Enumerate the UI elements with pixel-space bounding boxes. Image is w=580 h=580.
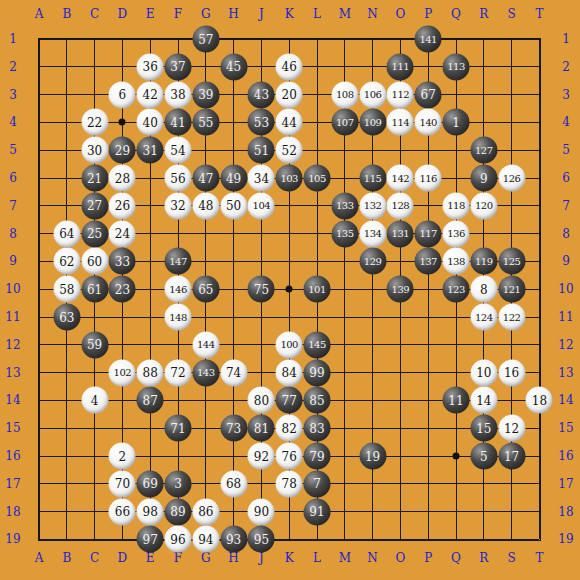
move-number: 122 — [503, 312, 521, 322]
move-number: 101 — [308, 284, 326, 294]
move-number: 144 — [197, 340, 215, 350]
stone-black-37: 37 — [165, 53, 192, 80]
move-number: 54 — [170, 144, 185, 156]
move-number: 66 — [115, 506, 130, 518]
stone-white-146: 146 — [165, 276, 192, 303]
stone-black-19: 19 — [359, 443, 386, 470]
move-number: 9 — [480, 172, 488, 184]
stone-black-109: 109 — [359, 109, 386, 136]
stone-black-73: 73 — [220, 415, 247, 442]
stone-black-3: 3 — [165, 470, 192, 497]
stone-white-74: 74 — [220, 359, 247, 386]
move-number: 129 — [364, 256, 382, 266]
stone-white-142: 142 — [387, 165, 414, 192]
stone-white-82: 82 — [276, 415, 303, 442]
col-label-bottom-H: H — [228, 552, 238, 564]
move-number: 41 — [170, 116, 185, 128]
col-label-top-P: P — [424, 8, 432, 20]
move-number: 36 — [143, 61, 158, 73]
move-number: 75 — [254, 283, 269, 295]
move-number: 105 — [308, 173, 326, 183]
row-label-right-16: 16 — [558, 450, 573, 462]
col-label-top-K: K — [285, 8, 294, 20]
row-label-right-6: 6 — [562, 172, 570, 184]
move-number: 126 — [503, 173, 521, 183]
move-number: 40 — [143, 116, 158, 128]
stone-black-135: 135 — [331, 220, 358, 247]
stone-black-99: 99 — [304, 359, 331, 386]
move-number: 79 — [309, 450, 324, 462]
move-number: 94 — [198, 533, 213, 545]
col-label-top-R: R — [479, 8, 488, 20]
col-label-top-G: G — [201, 8, 211, 20]
move-number: 73 — [226, 422, 241, 434]
col-label-bottom-T: T — [535, 552, 543, 564]
move-number: 107 — [336, 117, 354, 127]
row-label-left-18: 18 — [5, 506, 20, 518]
col-label-top-D: D — [118, 8, 128, 20]
row-label-right-10: 10 — [558, 283, 573, 295]
move-number: 52 — [282, 144, 297, 156]
move-number: 23 — [115, 283, 130, 295]
move-number: 60 — [87, 255, 102, 267]
move-number: 113 — [447, 62, 465, 72]
stone-white-124: 124 — [470, 304, 497, 331]
stone-white-98: 98 — [137, 498, 164, 525]
stone-black-123: 123 — [443, 276, 470, 303]
move-number: 145 — [308, 340, 326, 350]
col-label-bottom-J: J — [259, 552, 264, 564]
move-number: 136 — [447, 229, 465, 239]
move-number: 115 — [364, 173, 382, 183]
move-number: 2 — [119, 450, 127, 462]
row-label-right-4: 4 — [562, 116, 570, 128]
stone-white-70: 70 — [109, 470, 136, 497]
move-number: 76 — [282, 450, 297, 462]
stone-black-39: 39 — [192, 81, 219, 108]
move-number: 58 — [59, 283, 74, 295]
stone-black-145: 145 — [304, 331, 331, 358]
stone-black-25: 25 — [81, 220, 108, 247]
stone-black-87: 87 — [137, 387, 164, 414]
move-number: 14 — [476, 394, 491, 406]
move-number: 108 — [336, 90, 354, 100]
stone-black-75: 75 — [248, 276, 275, 303]
move-number: 68 — [226, 478, 241, 490]
stone-white-46: 46 — [276, 53, 303, 80]
stone-white-86: 86 — [192, 498, 219, 525]
stone-black-103: 103 — [276, 165, 303, 192]
stone-white-80: 80 — [248, 387, 275, 414]
move-number: 121 — [503, 284, 521, 294]
col-label-top-N: N — [367, 8, 378, 20]
col-label-top-L: L — [313, 8, 321, 20]
stone-white-134: 134 — [359, 220, 386, 247]
row-label-left-15: 15 — [5, 422, 20, 434]
move-number: 5 — [480, 450, 488, 462]
stone-white-58: 58 — [53, 276, 80, 303]
move-number: 15 — [476, 422, 491, 434]
stone-white-112: 112 — [387, 81, 414, 108]
stone-black-29: 29 — [109, 137, 136, 164]
col-label-top-O: O — [395, 8, 405, 20]
grid-line-v — [539, 39, 540, 539]
stone-white-68: 68 — [220, 470, 247, 497]
stone-white-96: 96 — [165, 526, 192, 553]
stone-white-100: 100 — [276, 331, 303, 358]
move-number: 61 — [87, 283, 102, 295]
stone-black-143: 143 — [192, 359, 219, 386]
move-number: 134 — [364, 229, 382, 239]
stone-white-106: 106 — [359, 81, 386, 108]
stone-white-64: 64 — [53, 220, 80, 247]
move-number: 111 — [392, 62, 410, 72]
stone-white-8: 8 — [470, 276, 497, 303]
row-label-left-14: 14 — [5, 394, 20, 406]
stone-black-113: 113 — [443, 53, 470, 80]
move-number: 4 — [91, 394, 99, 406]
stone-white-6: 6 — [109, 81, 136, 108]
move-number: 128 — [392, 201, 410, 211]
row-label-left-10: 10 — [5, 283, 20, 295]
move-number: 67 — [421, 89, 436, 101]
move-number: 97 — [143, 533, 158, 545]
stone-black-59: 59 — [81, 331, 108, 358]
row-label-left-8: 8 — [9, 228, 17, 240]
move-number: 93 — [226, 533, 241, 545]
col-label-top-F: F — [174, 8, 182, 20]
move-number: 103 — [280, 173, 298, 183]
col-label-top-T: T — [535, 8, 543, 20]
stone-black-85: 85 — [304, 387, 331, 414]
col-label-bottom-G: G — [201, 552, 211, 564]
move-number: 62 — [59, 255, 74, 267]
move-number: 100 — [280, 340, 298, 350]
stone-white-104: 104 — [248, 192, 275, 219]
move-number: 85 — [309, 394, 324, 406]
move-number: 69 — [143, 478, 158, 490]
row-label-right-2: 2 — [562, 61, 570, 73]
stone-black-23: 23 — [109, 276, 136, 303]
move-number: 7 — [313, 478, 321, 490]
row-label-left-9: 9 — [9, 255, 17, 267]
stone-black-83: 83 — [304, 415, 331, 442]
col-label-top-A: A — [35, 8, 44, 20]
stone-black-137: 137 — [415, 248, 442, 275]
star-point-D4 — [119, 119, 126, 126]
move-number: 3 — [174, 478, 182, 490]
row-label-right-7: 7 — [562, 200, 570, 212]
stone-white-144: 144 — [192, 331, 219, 358]
move-number: 131 — [392, 229, 410, 239]
stone-white-44: 44 — [276, 109, 303, 136]
stone-white-10: 10 — [470, 359, 497, 386]
move-number: 49 — [226, 172, 241, 184]
stone-black-21: 21 — [81, 165, 108, 192]
stone-white-118: 118 — [443, 192, 470, 219]
move-number: 80 — [254, 394, 269, 406]
move-number: 43 — [254, 89, 269, 101]
move-number: 26 — [115, 200, 130, 212]
row-label-left-3: 3 — [9, 89, 17, 101]
move-number: 72 — [170, 367, 185, 379]
move-number: 81 — [254, 422, 269, 434]
col-label-bottom-C: C — [90, 552, 99, 564]
col-label-bottom-B: B — [62, 552, 71, 564]
stone-white-4: 4 — [81, 387, 108, 414]
move-number: 99 — [309, 367, 324, 379]
stone-black-77: 77 — [276, 387, 303, 414]
stone-black-53: 53 — [248, 109, 275, 136]
move-number: 98 — [143, 506, 158, 518]
col-label-bottom-P: P — [424, 552, 432, 564]
stone-white-50: 50 — [220, 192, 247, 219]
stone-white-12: 12 — [498, 415, 525, 442]
stone-white-66: 66 — [109, 498, 136, 525]
row-label-left-19: 19 — [5, 533, 20, 545]
col-label-top-H: H — [228, 8, 238, 20]
stone-black-127: 127 — [470, 137, 497, 164]
move-number: 45 — [226, 61, 241, 73]
stone-white-78: 78 — [276, 470, 303, 497]
stone-white-24: 24 — [109, 220, 136, 247]
move-number: 17 — [504, 450, 519, 462]
stone-black-107: 107 — [331, 109, 358, 136]
stone-black-133: 133 — [331, 192, 358, 219]
move-number: 19 — [365, 450, 380, 462]
row-label-right-8: 8 — [562, 228, 570, 240]
move-number: 30 — [87, 144, 102, 156]
col-label-bottom-M: M — [339, 552, 351, 564]
move-number: 147 — [169, 256, 187, 266]
move-number: 118 — [447, 201, 465, 211]
stone-black-7: 7 — [304, 470, 331, 497]
stone-black-125: 125 — [498, 248, 525, 275]
col-label-bottom-O: O — [395, 552, 405, 564]
move-number: 65 — [198, 283, 213, 295]
stone-black-57: 57 — [192, 26, 219, 53]
col-label-top-J: J — [259, 8, 264, 20]
move-number: 88 — [143, 367, 158, 379]
stone-white-18: 18 — [526, 387, 553, 414]
move-number: 132 — [364, 201, 382, 211]
row-label-right-14: 14 — [558, 394, 573, 406]
move-number: 137 — [419, 256, 437, 266]
row-label-right-12: 12 — [558, 339, 573, 351]
move-number: 8 — [480, 283, 488, 295]
row-label-right-19: 19 — [558, 533, 573, 545]
stone-black-79: 79 — [304, 443, 331, 470]
stone-white-126: 126 — [498, 165, 525, 192]
stone-white-34: 34 — [248, 165, 275, 192]
move-number: 91 — [309, 506, 324, 518]
move-number: 71 — [170, 422, 185, 434]
stone-white-54: 54 — [165, 137, 192, 164]
move-number: 135 — [336, 229, 354, 239]
move-number: 138 — [447, 256, 465, 266]
col-label-bottom-N: N — [367, 552, 378, 564]
stone-black-11: 11 — [443, 387, 470, 414]
stone-black-67: 67 — [415, 81, 442, 108]
move-number: 77 — [282, 394, 297, 406]
stone-white-26: 26 — [109, 192, 136, 219]
stone-black-27: 27 — [81, 192, 108, 219]
col-label-bottom-F: F — [174, 552, 182, 564]
row-label-left-12: 12 — [5, 339, 20, 351]
move-number: 89 — [170, 506, 185, 518]
stone-black-119: 119 — [470, 248, 497, 275]
stone-white-40: 40 — [137, 109, 164, 136]
row-label-right-3: 3 — [562, 89, 570, 101]
stone-white-60: 60 — [81, 248, 108, 275]
move-number: 87 — [143, 394, 158, 406]
stone-black-43: 43 — [248, 81, 275, 108]
move-number: 29 — [115, 144, 130, 156]
stone-white-56: 56 — [165, 165, 192, 192]
move-number: 34 — [254, 172, 269, 184]
move-number: 24 — [115, 228, 130, 240]
stone-white-90: 90 — [248, 498, 275, 525]
move-number: 140 — [419, 117, 437, 127]
col-label-bottom-D: D — [118, 552, 128, 564]
move-number: 22 — [87, 116, 102, 128]
stone-black-41: 41 — [165, 109, 192, 136]
row-label-left-13: 13 — [5, 367, 20, 379]
move-number: 139 — [392, 284, 410, 294]
row-label-left-17: 17 — [5, 478, 20, 490]
move-number: 102 — [114, 368, 132, 378]
stone-black-33: 33 — [109, 248, 136, 275]
stone-black-51: 51 — [248, 137, 275, 164]
col-label-top-E: E — [146, 8, 155, 20]
stone-white-62: 62 — [53, 248, 80, 275]
stone-white-20: 20 — [276, 81, 303, 108]
stone-white-92: 92 — [248, 443, 275, 470]
move-number: 96 — [170, 533, 185, 545]
row-label-right-1: 1 — [562, 33, 570, 45]
col-label-bottom-S: S — [507, 552, 515, 564]
stone-black-65: 65 — [192, 276, 219, 303]
move-number: 70 — [115, 478, 130, 490]
move-number: 31 — [143, 144, 158, 156]
stone-black-15: 15 — [470, 415, 497, 442]
stone-black-69: 69 — [137, 470, 164, 497]
stone-white-132: 132 — [359, 192, 386, 219]
col-label-bottom-K: K — [285, 552, 294, 564]
stone-black-111: 111 — [387, 53, 414, 80]
stone-black-101: 101 — [304, 276, 331, 303]
move-number: 38 — [170, 89, 185, 101]
col-label-bottom-E: E — [146, 552, 155, 564]
stone-white-16: 16 — [498, 359, 525, 386]
row-label-left-2: 2 — [9, 61, 17, 73]
col-label-bottom-Q: Q — [451, 552, 461, 564]
row-label-right-11: 11 — [558, 311, 573, 323]
row-label-left-11: 11 — [5, 311, 20, 323]
move-number: 112 — [392, 90, 410, 100]
row-label-left-5: 5 — [9, 144, 17, 156]
col-label-bottom-R: R — [479, 552, 488, 564]
move-number: 116 — [419, 173, 437, 183]
move-number: 119 — [475, 256, 493, 266]
stone-black-97: 97 — [137, 526, 164, 553]
col-label-top-Q: Q — [451, 8, 461, 20]
stone-black-117: 117 — [415, 220, 442, 247]
move-number: 90 — [254, 506, 269, 518]
move-number: 86 — [198, 506, 213, 518]
move-number: 106 — [364, 90, 382, 100]
stone-white-76: 76 — [276, 443, 303, 470]
stone-black-81: 81 — [248, 415, 275, 442]
stone-white-116: 116 — [415, 165, 442, 192]
stone-white-94: 94 — [192, 526, 219, 553]
stone-white-84: 84 — [276, 359, 303, 386]
stone-black-17: 17 — [498, 443, 525, 470]
move-number: 27 — [87, 200, 102, 212]
row-label-left-6: 6 — [9, 172, 17, 184]
move-number: 82 — [282, 422, 297, 434]
grid-line-h — [39, 317, 539, 318]
stone-black-141: 141 — [415, 26, 442, 53]
stone-white-22: 22 — [81, 109, 108, 136]
move-number: 51 — [254, 144, 269, 156]
move-number: 37 — [170, 61, 185, 73]
move-number: 50 — [226, 200, 241, 212]
move-number: 120 — [475, 201, 493, 211]
stone-white-38: 38 — [165, 81, 192, 108]
go-kifu-diagram: AABBCCDDEEFFGGHHJJKKLLMMNNOOPPQQRRSSTT11… — [0, 0, 580, 580]
stone-white-48: 48 — [192, 192, 219, 219]
move-number: 84 — [282, 367, 297, 379]
stone-black-9: 9 — [470, 165, 497, 192]
move-number: 117 — [419, 229, 437, 239]
move-number: 11 — [448, 394, 463, 406]
stone-white-42: 42 — [137, 81, 164, 108]
move-number: 148 — [169, 312, 187, 322]
col-label-top-M: M — [339, 8, 351, 20]
move-number: 83 — [309, 422, 324, 434]
move-number: 142 — [392, 173, 410, 183]
move-number: 18 — [532, 394, 547, 406]
stone-white-102: 102 — [109, 359, 136, 386]
col-label-bottom-A: A — [35, 552, 44, 564]
stone-black-47: 47 — [192, 165, 219, 192]
row-label-right-17: 17 — [558, 478, 573, 490]
move-number: 56 — [170, 172, 185, 184]
grid-line-h — [39, 539, 539, 540]
move-number: 53 — [254, 116, 269, 128]
stone-black-45: 45 — [220, 53, 247, 80]
move-number: 16 — [504, 367, 519, 379]
stone-white-2: 2 — [109, 443, 136, 470]
move-number: 74 — [226, 367, 241, 379]
move-number: 92 — [254, 450, 269, 462]
stone-black-121: 121 — [498, 276, 525, 303]
move-number: 21 — [87, 172, 102, 184]
row-label-left-16: 16 — [5, 450, 20, 462]
col-label-top-B: B — [62, 8, 71, 20]
stone-white-136: 136 — [443, 220, 470, 247]
move-number: 127 — [475, 145, 493, 155]
stone-black-55: 55 — [192, 109, 219, 136]
row-label-left-7: 7 — [9, 200, 17, 212]
stone-white-148: 148 — [165, 304, 192, 331]
stone-black-93: 93 — [220, 526, 247, 553]
move-number: 46 — [282, 61, 297, 73]
row-label-right-18: 18 — [558, 506, 573, 518]
move-number: 78 — [282, 478, 297, 490]
move-number: 64 — [59, 228, 74, 240]
